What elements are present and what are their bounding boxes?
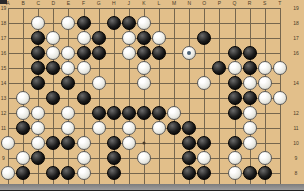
black-stone-G16 — [92, 46, 106, 60]
white-stone-L11 — [152, 121, 166, 135]
black-stone-R16 — [243, 46, 257, 60]
white-stone-Q9 — [228, 151, 242, 165]
white-stone-F15 — [77, 61, 91, 75]
column-label: B — [21, 1, 24, 6]
white-stone-A8 — [1, 166, 15, 180]
white-stone-K14 — [137, 76, 151, 90]
black-stone-H12 — [107, 106, 121, 120]
column-label: D — [51, 1, 55, 6]
black-stone-C16 — [31, 46, 45, 60]
corner-ui-artifact — [0, 0, 7, 4]
column-label: N — [187, 1, 191, 6]
grid-line-vertical — [8, 8, 9, 191]
row-label-right: 16 — [293, 50, 299, 55]
star-point — [142, 141, 145, 144]
row-label-left: 14 — [1, 80, 7, 85]
row-label-left: 18 — [1, 20, 7, 25]
go-board-screenshot: ABCDEFGHJKLMNOPQRST191918181717161615141… — [0, 0, 304, 190]
grid-line-horizontal — [8, 128, 281, 129]
black-stone-B11 — [16, 121, 30, 135]
black-stone-M11 — [167, 121, 181, 135]
black-stone-F13 — [77, 91, 91, 105]
column-label: O — [202, 1, 206, 6]
black-stone-Q12 — [228, 106, 242, 120]
white-stone-L17 — [152, 31, 166, 45]
column-label: G — [97, 1, 101, 6]
white-stone-J10 — [122, 136, 136, 150]
column-label: R — [248, 1, 252, 6]
white-stone-Q8 — [228, 166, 242, 180]
black-stone-R15 — [243, 61, 257, 75]
black-stone-H8 — [107, 166, 121, 180]
black-stone-J18 — [122, 16, 136, 30]
black-stone-K12 — [137, 106, 151, 120]
grid-line-vertical — [68, 8, 69, 191]
white-stone-D16 — [46, 46, 60, 60]
white-stone-E15 — [61, 61, 75, 75]
row-label-right: 11 — [293, 125, 298, 130]
last-move-marker — [187, 51, 191, 55]
row-label-left: 19 — [1, 5, 7, 10]
white-stone-B9 — [16, 151, 30, 165]
column-label: M — [172, 1, 176, 6]
black-stone-Q16 — [228, 46, 242, 60]
black-stone-K17 — [137, 31, 151, 45]
black-stone-O10 — [197, 136, 211, 150]
row-label-right: 17 — [293, 35, 299, 40]
white-stone-T15 — [273, 61, 287, 75]
black-stone-Q14 — [228, 76, 242, 90]
black-stone-H10 — [107, 136, 121, 150]
white-stone-K18 — [137, 16, 151, 30]
white-stone-R12 — [243, 106, 257, 120]
row-label-right: 10 — [293, 140, 299, 145]
white-stone-G11 — [92, 121, 106, 135]
white-stone-F8 — [77, 166, 91, 180]
black-stone-D10 — [46, 136, 60, 150]
row-label-left: 16 — [1, 50, 7, 55]
grid-line-horizontal — [8, 8, 281, 9]
white-stone-M12 — [167, 106, 181, 120]
white-stone-J11 — [122, 121, 136, 135]
white-stone-S14 — [258, 76, 272, 90]
white-stone-D17 — [46, 31, 60, 45]
black-stone-G17 — [92, 31, 106, 45]
row-label-left: 13 — [1, 95, 7, 100]
white-stone-G14 — [92, 76, 106, 90]
black-stone-D13 — [46, 91, 60, 105]
black-stone-R8 — [243, 166, 257, 180]
white-stone-C12 — [31, 106, 45, 120]
black-stone-C14 — [31, 76, 45, 90]
white-stone-F17 — [77, 31, 91, 45]
row-label-left: 9 — [2, 155, 5, 160]
grid-line-vertical — [219, 8, 220, 191]
row-label-right: 18 — [293, 20, 299, 25]
black-stone-N11 — [182, 121, 196, 135]
white-stone-R11 — [243, 121, 257, 135]
white-stone-E16 — [61, 46, 75, 60]
white-stone-S13 — [258, 91, 272, 105]
row-label-left: 15 — [1, 65, 7, 70]
window-bottom-edge — [0, 184, 304, 190]
row-label-right: 12 — [293, 110, 299, 115]
white-stone-T13 — [273, 91, 287, 105]
black-stone-B8 — [16, 166, 30, 180]
row-label-right: 19 — [293, 5, 299, 10]
column-label: P — [218, 1, 221, 6]
row-label-right: 14 — [293, 80, 299, 85]
black-stone-F18 — [77, 16, 91, 30]
white-stone-O9 — [197, 151, 211, 165]
black-stone-Q10 — [228, 136, 242, 150]
black-stone-F16 — [77, 46, 91, 60]
black-stone-E10 — [61, 136, 75, 150]
white-stone-A10 — [1, 136, 15, 150]
white-stone-Q15 — [228, 61, 242, 75]
grid-line-vertical — [174, 8, 175, 191]
black-stone-Q13 — [228, 91, 242, 105]
white-stone-S9 — [258, 151, 272, 165]
black-stone-J12 — [122, 106, 136, 120]
black-stone-S8 — [258, 166, 272, 180]
black-stone-N10 — [182, 136, 196, 150]
black-stone-H9 — [107, 151, 121, 165]
white-stone-F9 — [77, 151, 91, 165]
white-stone-E11 — [61, 121, 75, 135]
column-label: C — [36, 1, 40, 6]
column-label: Q — [233, 1, 237, 6]
white-stone-B12 — [16, 106, 30, 120]
black-stone-N8 — [182, 166, 196, 180]
column-label: E — [67, 1, 70, 6]
black-stone-L16 — [152, 46, 166, 60]
white-stone-S15 — [258, 61, 272, 75]
white-stone-E12 — [61, 106, 75, 120]
black-stone-O17 — [197, 31, 211, 45]
row-label-left: 12 — [1, 110, 7, 115]
black-stone-C9 — [31, 151, 45, 165]
black-stone-E14 — [61, 76, 75, 90]
black-stone-O8 — [197, 166, 211, 180]
black-stone-K16 — [137, 46, 151, 60]
white-stone-J17 — [122, 31, 136, 45]
column-label: H — [112, 1, 116, 6]
white-stone-J16 — [122, 46, 136, 60]
black-stone-R13 — [243, 91, 257, 105]
row-label-left: 11 — [1, 125, 6, 130]
black-stone-L12 — [152, 106, 166, 120]
black-stone-C15 — [31, 61, 45, 75]
white-stone-R10 — [243, 136, 257, 150]
white-stone-C18 — [31, 16, 45, 30]
white-stone-O14 — [197, 76, 211, 90]
white-stone-B13 — [16, 91, 30, 105]
column-label: S — [263, 1, 266, 6]
black-stone-D8 — [46, 166, 60, 180]
black-stone-N9 — [182, 151, 196, 165]
column-label: F — [82, 1, 85, 6]
black-stone-G12 — [92, 106, 106, 120]
black-stone-E8 — [61, 166, 75, 180]
row-label-right: 8 — [295, 170, 298, 175]
column-label: J — [128, 1, 131, 6]
white-stone-F10 — [77, 136, 91, 150]
row-label-left: 17 — [1, 35, 7, 40]
black-stone-P15 — [212, 61, 226, 75]
column-label: L — [158, 1, 161, 6]
column-label: K — [142, 1, 145, 6]
white-stone-E18 — [61, 16, 75, 30]
black-stone-C17 — [31, 31, 45, 45]
column-label: T — [278, 1, 281, 6]
white-stone-K15 — [137, 61, 151, 75]
black-stone-D15 — [46, 61, 60, 75]
black-stone-H18 — [107, 16, 121, 30]
row-label-right: 9 — [295, 155, 298, 160]
white-stone-K9 — [137, 151, 151, 165]
white-stone-C10 — [31, 136, 45, 150]
white-stone-R14 — [243, 76, 257, 90]
white-stone-C11 — [31, 121, 45, 135]
